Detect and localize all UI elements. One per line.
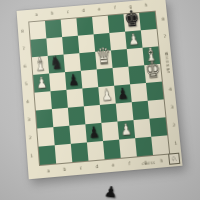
- square-b8[interactable]: [45, 20, 62, 39]
- square-a5[interactable]: ♟: [33, 74, 50, 93]
- rank-label-3: 3: [170, 99, 175, 117]
- rank-label-1: 1: [30, 147, 34, 166]
- square-c1[interactable]: [71, 142, 89, 162]
- square-f4[interactable]: ♟: [114, 84, 132, 103]
- square-a6[interactable]: ♝: [32, 56, 49, 75]
- square-b3[interactable]: [52, 108, 69, 127]
- file-label-c: c: [60, 9, 76, 15]
- square-h4[interactable]: [146, 82, 164, 101]
- square-e2[interactable]: [101, 121, 119, 140]
- rank-label-4: 4: [168, 81, 173, 99]
- rank-label-2: 2: [172, 117, 177, 135]
- square-f6[interactable]: [111, 49, 128, 68]
- file-label-a: a: [40, 169, 57, 175]
- square-e4[interactable]: ♟: [98, 86, 116, 105]
- square-b2[interactable]: [53, 126, 71, 146]
- white-queen-e6[interactable]: ♛: [95, 45, 112, 69]
- square-b6[interactable]: ♞: [48, 55, 65, 74]
- square-d7[interactable]: [78, 34, 95, 53]
- file-label-c: c: [73, 166, 90, 172]
- file-label-d: d: [89, 164, 106, 170]
- square-e5[interactable]: [97, 68, 114, 87]
- rank-label-7: 7: [22, 40, 26, 58]
- square-a3[interactable]: [36, 109, 53, 128]
- white-pawn-e4[interactable]: ♟: [101, 87, 113, 103]
- square-a2[interactable]: [37, 127, 54, 147]
- square-g1[interactable]: [135, 137, 153, 157]
- rank-label-6: 6: [23, 58, 27, 76]
- white-pawn-f2[interactable]: ♟: [120, 122, 132, 139]
- brand-text: CHESS: [164, 52, 171, 71]
- knight-logo-icon: ♘: [168, 153, 180, 165]
- square-c3[interactable]: [68, 106, 86, 125]
- square-e8[interactable]: [92, 16, 109, 35]
- square-c6[interactable]: [64, 53, 81, 72]
- square-h1[interactable]: [151, 135, 169, 155]
- square-f2[interactable]: ♟: [117, 120, 135, 139]
- square-b1[interactable]: [55, 144, 73, 164]
- board-grid: ♚♟♝♞♛♝♟♟♚♟♟♟♟: [29, 12, 169, 165]
- square-c7[interactable]: [62, 36, 79, 55]
- square-d2[interactable]: ♟: [85, 123, 103, 143]
- square-d5[interactable]: [81, 69, 98, 88]
- square-e6[interactable]: ♛: [95, 50, 112, 69]
- square-b4[interactable]: [50, 90, 67, 109]
- file-label-d: d: [76, 8, 92, 14]
- square-g7[interactable]: ♟: [125, 30, 142, 49]
- square-c2[interactable]: [69, 124, 87, 144]
- square-f8[interactable]: [108, 14, 125, 33]
- rank-label-7: 7: [163, 28, 168, 46]
- black-pawn-d2[interactable]: ♟: [88, 125, 100, 142]
- bottom-brand-text: CHESS: [142, 161, 156, 166]
- square-g8[interactable]: ♚: [123, 13, 140, 32]
- file-label-b: b: [44, 11, 60, 17]
- square-e1[interactable]: [103, 140, 121, 160]
- chessboard: abcdefgh abcdefgh 87654321 87654321 CHES…: [17, 0, 183, 179]
- square-g6[interactable]: [127, 48, 144, 67]
- file-label-e: e: [91, 7, 107, 13]
- square-f7[interactable]: [109, 32, 126, 51]
- file-label-f: f: [107, 5, 123, 11]
- white-pawn-a5[interactable]: ♟: [36, 75, 47, 91]
- square-c4[interactable]: [66, 88, 83, 107]
- file-label-a: a: [29, 12, 45, 18]
- square-h8[interactable]: [139, 12, 156, 31]
- square-f1[interactable]: [119, 138, 137, 158]
- vinyl-mat: abcdefgh abcdefgh 87654321 87654321 CHES…: [17, 0, 183, 179]
- rank-label-8: 8: [20, 23, 24, 41]
- square-d3[interactable]: [84, 105, 102, 124]
- square-f3[interactable]: [116, 102, 134, 121]
- rank-label-2: 2: [28, 129, 32, 147]
- square-g2[interactable]: [133, 119, 151, 138]
- square-d6[interactable]: [79, 52, 96, 71]
- square-g3[interactable]: [132, 101, 150, 120]
- square-a4[interactable]: [35, 91, 52, 110]
- square-a1[interactable]: [39, 145, 57, 165]
- black-pawn-f4[interactable]: ♟: [117, 86, 129, 102]
- square-h5[interactable]: ♚: [144, 64, 162, 83]
- rank-label-3: 3: [27, 111, 31, 129]
- rank-label-5: 5: [24, 75, 28, 93]
- white-pawn-g7[interactable]: ♟: [128, 32, 140, 48]
- square-c8[interactable]: [61, 18, 78, 37]
- rank-label-4: 4: [26, 93, 30, 111]
- black-king-g8[interactable]: ♚: [123, 7, 140, 30]
- white-king-h5[interactable]: ♚: [144, 58, 161, 82]
- square-g4[interactable]: [130, 83, 148, 102]
- white-bishop-a6[interactable]: ♝: [33, 54, 47, 74]
- file-label-f: f: [121, 161, 138, 167]
- rank-label-8: 8: [161, 11, 166, 29]
- table-background: abcdefgh abcdefgh 87654321 87654321 CHES…: [0, 0, 200, 200]
- square-a8[interactable]: [29, 21, 46, 40]
- rank-label-1: 1: [173, 135, 178, 153]
- captured-piece[interactable]: ♟: [103, 182, 118, 200]
- black-knight-b6[interactable]: ♞: [49, 53, 63, 73]
- square-d1[interactable]: [87, 141, 105, 161]
- square-h2[interactable]: [149, 117, 167, 136]
- square-c5[interactable]: ♟: [65, 71, 82, 90]
- square-f5[interactable]: [113, 67, 131, 86]
- square-e3[interactable]: [100, 104, 118, 123]
- square-d8[interactable]: [76, 17, 93, 36]
- square-d4[interactable]: [82, 87, 99, 106]
- file-label-b: b: [57, 167, 74, 173]
- file-label-h: h: [138, 3, 154, 9]
- file-label-e: e: [105, 163, 122, 169]
- black-pawn-c5[interactable]: ♟: [68, 72, 80, 88]
- square-g5[interactable]: [128, 65, 146, 84]
- square-h3[interactable]: [148, 99, 166, 118]
- square-b5[interactable]: [49, 72, 66, 91]
